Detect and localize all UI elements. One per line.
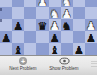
square[interactable] (24, 19, 36, 31)
square[interactable] (24, 0, 36, 7)
chess-piece-bN: ♞ (62, 20, 72, 32)
square[interactable] (0, 43, 12, 55)
show-problem-label: Show Problem (49, 66, 78, 71)
chess-piece-bP: ♟ (74, 44, 84, 56)
square[interactable]: ♟ (12, 19, 24, 31)
square[interactable]: ♟ (49, 19, 61, 31)
chess-board: ♟♞♞♟♟♛♟♞♟♟♟♟♝♝♟ (0, 0, 97, 55)
square[interactable] (49, 0, 61, 7)
square[interactable]: ♝ (12, 43, 24, 55)
square[interactable] (73, 19, 85, 31)
list-icon[interactable] (91, 59, 97, 68)
square[interactable] (12, 0, 24, 7)
square[interactable]: ♛ (36, 19, 48, 31)
square[interactable]: ♞ (61, 19, 73, 31)
square[interactable] (61, 43, 73, 55)
next-problem-label: Next Problem (9, 66, 36, 71)
chess-piece-bP: ♟ (50, 32, 60, 44)
square[interactable] (36, 31, 48, 43)
square[interactable]: ♟ (73, 43, 85, 55)
square[interactable]: ♟ (36, 0, 48, 7)
chess-piece-wP: ♟ (86, 20, 96, 32)
square[interactable] (24, 43, 36, 55)
chess-piece-bP: ♟ (86, 32, 96, 44)
square[interactable]: ♟ (85, 19, 97, 31)
square[interactable] (0, 0, 12, 7)
square[interactable]: ♞ (61, 0, 73, 7)
chess-piece-wN: ♞ (50, 8, 60, 20)
chess-piece-wN: ♞ (62, 0, 72, 8)
square[interactable]: ♞ (49, 7, 61, 19)
next-problem-button[interactable]: + Next Problem (6, 57, 40, 75)
chess-piece-wP: ♟ (50, 20, 60, 32)
chess-piece-wP: ♟ (62, 8, 72, 20)
square[interactable]: ♝ (49, 43, 61, 55)
chess-piece-bB: ♝ (50, 44, 60, 56)
rank-coordinate-mark (0, 8, 2, 11)
bottom-toolbar: + Next Problem Show Problem (0, 55, 97, 75)
square[interactable] (24, 31, 36, 43)
eye-icon (59, 57, 70, 65)
square[interactable] (61, 31, 73, 43)
square[interactable]: ♟ (49, 31, 61, 43)
square[interactable] (73, 7, 85, 19)
chess-piece-bP: ♟ (1, 32, 11, 44)
square[interactable] (24, 7, 36, 19)
square[interactable]: ♟ (85, 31, 97, 43)
chess-piece-bQ: ♛ (38, 20, 48, 32)
square[interactable] (36, 7, 48, 19)
square[interactable]: ♟ (0, 31, 12, 43)
square[interactable]: ♟ (61, 7, 73, 19)
rank-coordinate-mark (0, 19, 2, 22)
square[interactable] (73, 31, 85, 43)
show-problem-button[interactable]: Show Problem (47, 57, 81, 75)
board-grid: ♟♞♞♟♟♛♟♞♟♟♟♟♝♝♟ (0, 0, 97, 55)
chess-piece-bP: ♟ (13, 20, 23, 32)
plus-circle-icon: + (19, 57, 27, 65)
square[interactable] (85, 0, 97, 7)
square[interactable] (85, 7, 97, 19)
chess-app-screen: ♟♞♞♟♟♛♟♞♟♟♟♟♝♝♟ + Next Problem Show Prob… (0, 0, 97, 75)
chess-piece-bB: ♝ (13, 44, 23, 56)
square[interactable] (73, 0, 85, 7)
square[interactable] (36, 43, 48, 55)
square[interactable] (85, 43, 97, 55)
square[interactable] (12, 31, 24, 43)
chess-piece-wP: ♟ (38, 0, 48, 8)
square[interactable] (12, 7, 24, 19)
